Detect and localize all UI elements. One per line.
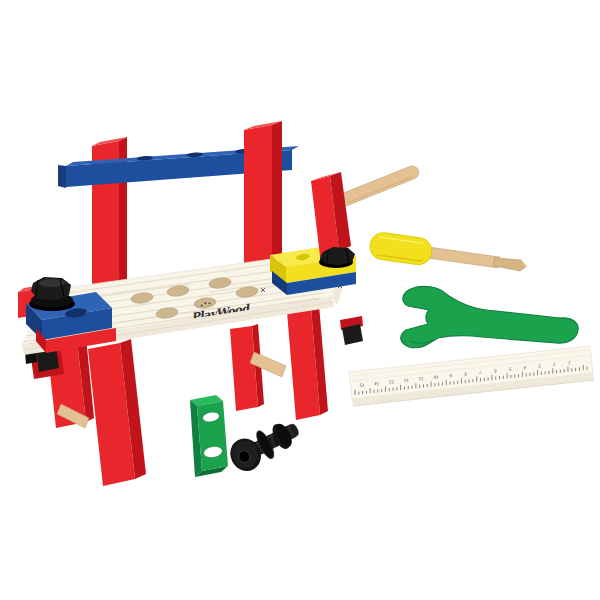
wrench <box>401 286 578 347</box>
ruler-number: 11 <box>418 376 424 382</box>
bolt-with-nut <box>225 414 305 477</box>
left-vise-screw-knob <box>29 277 75 311</box>
connector-block <box>190 395 228 477</box>
screwdriver <box>368 231 528 280</box>
screwdriver-shaft <box>424 247 528 272</box>
toy-workbench-scene: PlayWood <box>0 0 600 600</box>
hammer-head <box>311 172 351 256</box>
front-left-leg <box>88 339 146 486</box>
product-image: PlayWood <box>0 0 600 600</box>
back-right-leg <box>230 324 264 411</box>
ruler-number: 12 <box>403 378 409 384</box>
under-bench-clamp-right <box>340 316 363 345</box>
screwdriver-handle <box>368 231 433 266</box>
ruler: 151413121110987654321 <box>349 346 594 406</box>
screwdriver-blade <box>493 256 527 271</box>
right-upright-post <box>244 121 282 271</box>
hammer-handle <box>336 164 421 208</box>
